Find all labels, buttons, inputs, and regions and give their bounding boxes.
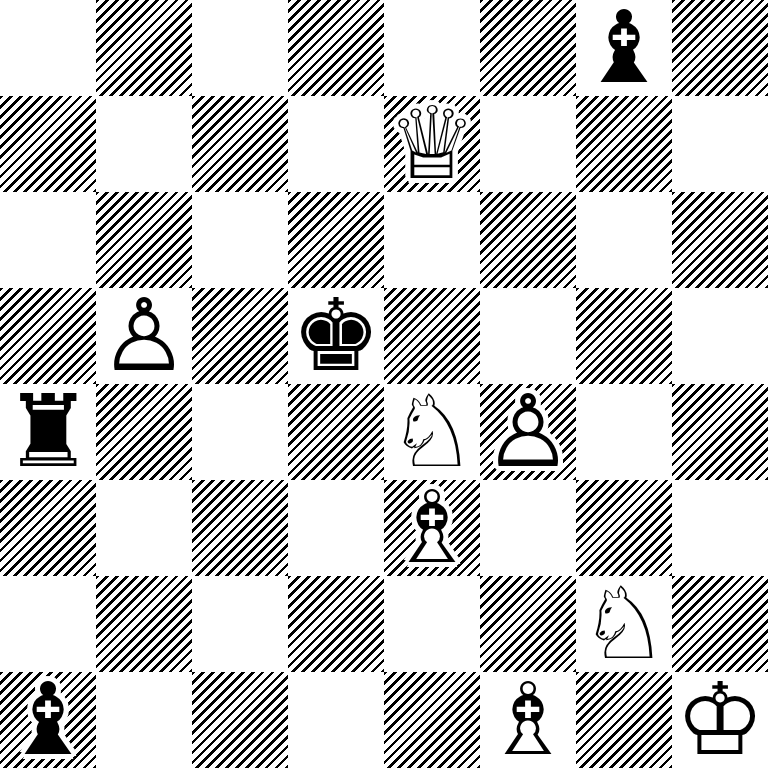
square-h6[interactable]: [672, 192, 768, 288]
piece-white-knight: ♞♘: [576, 576, 672, 672]
square-d6[interactable]: [288, 192, 384, 288]
chess-board: ♝♝♛♕♟♙♚♚♜♜♞♘♟♙♝♗♞♘♝♝♝♗♚♔: [0, 0, 768, 768]
square-f5[interactable]: [480, 288, 576, 384]
piece-glyph: ♙: [480, 384, 576, 480]
square-f1[interactable]: ♝♗: [480, 672, 576, 768]
square-d1[interactable]: [288, 672, 384, 768]
piece-glyph: ♘: [576, 576, 672, 672]
square-b7[interactable]: [96, 96, 192, 192]
square-c8[interactable]: [192, 0, 288, 96]
square-e2[interactable]: [384, 576, 480, 672]
square-f8[interactable]: [480, 0, 576, 96]
square-c7[interactable]: [192, 96, 288, 192]
piece-glyph: ♗: [384, 480, 480, 576]
square-g8[interactable]: ♝♝: [576, 0, 672, 96]
square-c1[interactable]: [192, 672, 288, 768]
piece-black-bishop: ♝♝: [576, 0, 672, 96]
piece-white-bishop: ♝♗: [384, 480, 480, 576]
square-g2[interactable]: ♞♘: [576, 576, 672, 672]
piece-glyph: ♗: [480, 672, 576, 768]
square-b5[interactable]: ♟♙: [96, 288, 192, 384]
square-a6[interactable]: [0, 192, 96, 288]
square-d2[interactable]: [288, 576, 384, 672]
square-a1[interactable]: ♝♝: [0, 672, 96, 768]
square-h8[interactable]: [672, 0, 768, 96]
piece-black-king: ♚♚: [288, 288, 384, 384]
square-d4[interactable]: [288, 384, 384, 480]
square-b2[interactable]: [96, 576, 192, 672]
square-a4[interactable]: ♜♜: [0, 384, 96, 480]
square-e8[interactable]: [384, 0, 480, 96]
square-b4[interactable]: [96, 384, 192, 480]
piece-white-bishop: ♝♗: [480, 672, 576, 768]
piece-white-pawn: ♟♙: [480, 384, 576, 480]
square-b8[interactable]: [96, 0, 192, 96]
piece-white-knight: ♞♘: [384, 384, 480, 480]
square-d3[interactable]: [288, 480, 384, 576]
square-g3[interactable]: [576, 480, 672, 576]
square-e5[interactable]: [384, 288, 480, 384]
square-d5[interactable]: ♚♚: [288, 288, 384, 384]
square-g6[interactable]: [576, 192, 672, 288]
square-b6[interactable]: [96, 192, 192, 288]
square-f2[interactable]: [480, 576, 576, 672]
piece-glyph: ♜: [0, 384, 96, 480]
square-c5[interactable]: [192, 288, 288, 384]
square-f3[interactable]: [480, 480, 576, 576]
piece-glyph: ♚: [288, 288, 384, 384]
piece-glyph: ♕: [384, 96, 480, 192]
square-f4[interactable]: ♟♙: [480, 384, 576, 480]
square-c2[interactable]: [192, 576, 288, 672]
piece-glyph: ♔: [672, 672, 768, 768]
piece-white-pawn: ♟♙: [96, 288, 192, 384]
square-h5[interactable]: [672, 288, 768, 384]
square-b1[interactable]: [96, 672, 192, 768]
piece-black-rook: ♜♜: [0, 384, 96, 480]
piece-white-king: ♚♔: [672, 672, 768, 768]
piece-black-bishop: ♝♝: [0, 672, 96, 768]
square-g7[interactable]: [576, 96, 672, 192]
square-b3[interactable]: [96, 480, 192, 576]
piece-glyph: ♘: [384, 384, 480, 480]
square-f7[interactable]: [480, 96, 576, 192]
square-h1[interactable]: ♚♔: [672, 672, 768, 768]
square-c4[interactable]: [192, 384, 288, 480]
square-c3[interactable]: [192, 480, 288, 576]
square-a5[interactable]: [0, 288, 96, 384]
square-d7[interactable]: [288, 96, 384, 192]
square-g4[interactable]: [576, 384, 672, 480]
piece-glyph: ♙: [96, 288, 192, 384]
square-a8[interactable]: [0, 0, 96, 96]
square-a3[interactable]: [0, 480, 96, 576]
square-f6[interactable]: [480, 192, 576, 288]
square-e6[interactable]: [384, 192, 480, 288]
square-g1[interactable]: [576, 672, 672, 768]
square-h4[interactable]: [672, 384, 768, 480]
piece-white-queen: ♛♕: [384, 96, 480, 192]
square-e1[interactable]: [384, 672, 480, 768]
square-h7[interactable]: [672, 96, 768, 192]
square-a2[interactable]: [0, 576, 96, 672]
square-h2[interactable]: [672, 576, 768, 672]
square-e3[interactable]: ♝♗: [384, 480, 480, 576]
piece-glyph: ♝: [576, 0, 672, 96]
square-e4[interactable]: ♞♘: [384, 384, 480, 480]
square-e7[interactable]: ♛♕: [384, 96, 480, 192]
square-d8[interactable]: [288, 0, 384, 96]
square-g5[interactable]: [576, 288, 672, 384]
square-c6[interactable]: [192, 192, 288, 288]
piece-glyph: ♝: [0, 672, 96, 768]
square-a7[interactable]: [0, 96, 96, 192]
square-h3[interactable]: [672, 480, 768, 576]
